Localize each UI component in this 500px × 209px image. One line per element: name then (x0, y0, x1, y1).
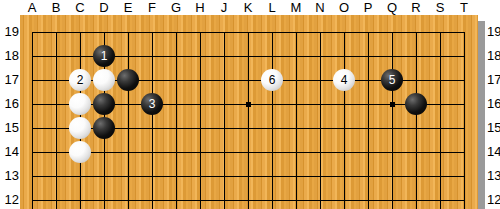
grid-line-vertical (32, 32, 33, 209)
grid-line-vertical (392, 32, 393, 209)
column-label: N (308, 0, 332, 15)
row-label-right: 16 (487, 96, 500, 112)
column-label: P (356, 0, 380, 15)
row-label-right: 18 (487, 48, 500, 64)
grid-line-vertical (464, 32, 465, 209)
grid-line-vertical (176, 32, 177, 209)
column-label: D (92, 0, 116, 15)
stone-move-number: 2 (77, 73, 84, 87)
column-label: Q (380, 0, 404, 15)
black-stone[interactable] (93, 93, 115, 115)
stone-move-number: 1 (101, 49, 108, 63)
grid-line-vertical (152, 32, 153, 209)
row-label-right: 12 (487, 192, 500, 208)
row-label-right: 17 (487, 72, 500, 88)
white-stone[interactable]: 4 (333, 69, 355, 91)
go-board[interactable]: 135246 (20, 15, 478, 209)
row-label-right: 15 (487, 120, 500, 136)
grid-line-vertical (248, 32, 249, 209)
row-label-left: 18 (0, 48, 19, 64)
column-label: T (452, 0, 476, 15)
grid-line-vertical (368, 32, 369, 209)
grid-line-vertical (56, 32, 57, 209)
grid-line-vertical (224, 32, 225, 209)
stone-move-number: 3 (149, 97, 156, 111)
row-label-right: 14 (487, 144, 500, 160)
grid-line-vertical (272, 32, 273, 209)
column-label: H (188, 0, 212, 15)
white-stone[interactable] (69, 141, 91, 163)
grid-line-horizontal (32, 200, 465, 201)
row-label-left: 19 (0, 24, 19, 40)
row-label-left: 12 (0, 192, 19, 208)
row-label-left: 13 (0, 168, 19, 184)
stone-move-number: 6 (269, 73, 276, 87)
grid-line-vertical (320, 32, 321, 209)
column-label: C (68, 0, 92, 15)
column-label: R (404, 0, 428, 15)
column-label: K (236, 0, 260, 15)
grid-line-vertical (440, 32, 441, 209)
row-label-right: 13 (487, 168, 500, 184)
white-stone[interactable]: 6 (261, 69, 283, 91)
column-label: S (428, 0, 452, 15)
grid-line-vertical (128, 32, 129, 209)
black-stone[interactable]: 1 (93, 45, 115, 67)
star-point (246, 102, 251, 107)
star-point (390, 102, 395, 107)
white-stone[interactable]: 2 (69, 69, 91, 91)
column-label: A (20, 0, 44, 15)
white-stone[interactable] (93, 69, 115, 91)
column-label: F (140, 0, 164, 15)
black-stone[interactable] (93, 117, 115, 139)
column-label: J (212, 0, 236, 15)
board-drop-shadow (478, 21, 485, 209)
black-stone[interactable]: 3 (141, 93, 163, 115)
column-label: G (164, 0, 188, 15)
go-board-diagram: 135246 ABCDEFGHJKLMNOPQRST19191818171716… (0, 0, 500, 209)
column-label: E (116, 0, 140, 15)
row-label-left: 15 (0, 120, 19, 136)
grid-line-vertical (200, 32, 201, 209)
grid-line-vertical (296, 32, 297, 209)
row-label-right: 19 (487, 24, 500, 40)
white-stone[interactable] (69, 117, 91, 139)
column-label: L (260, 0, 284, 15)
black-stone[interactable] (405, 93, 427, 115)
column-label: M (284, 0, 308, 15)
stone-move-number: 4 (341, 73, 348, 87)
grid-line-vertical (416, 32, 417, 209)
grid-line-horizontal (32, 32, 465, 33)
column-label: O (332, 0, 356, 15)
row-label-left: 14 (0, 144, 19, 160)
grid-line-vertical (344, 32, 345, 209)
row-label-left: 16 (0, 96, 19, 112)
row-label-left: 17 (0, 72, 19, 88)
grid-line-horizontal (32, 152, 465, 153)
stone-move-number: 5 (389, 73, 396, 87)
column-label: B (44, 0, 68, 15)
black-stone[interactable] (117, 69, 139, 91)
grid-line-horizontal (32, 176, 465, 177)
white-stone[interactable] (69, 93, 91, 115)
black-stone[interactable]: 5 (381, 69, 403, 91)
